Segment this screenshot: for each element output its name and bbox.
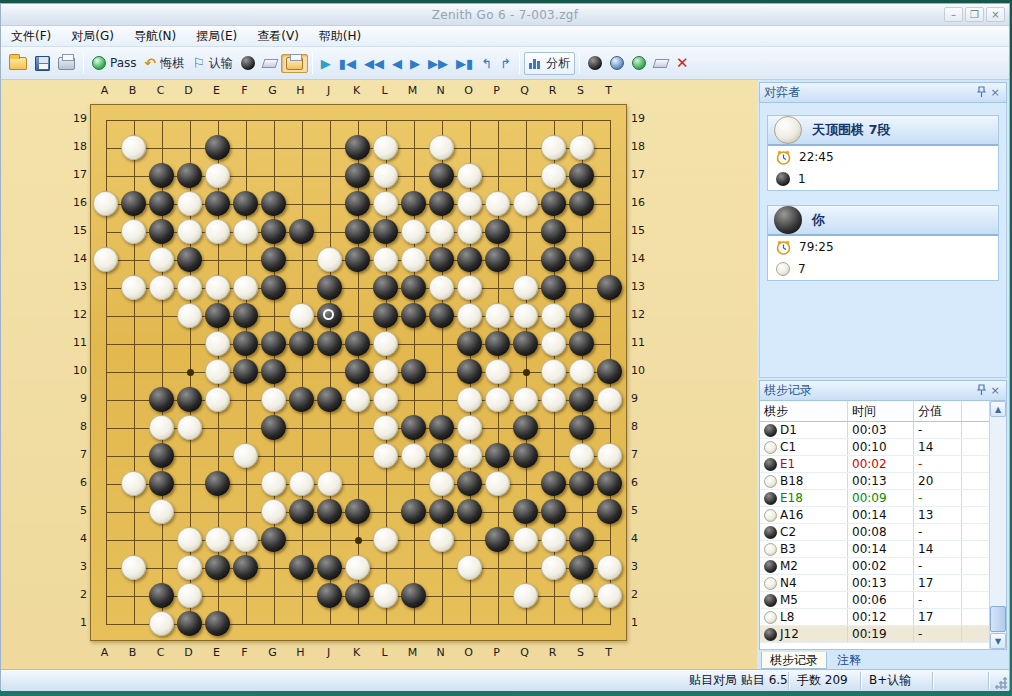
column-header[interactable]: 时间 (848, 401, 914, 421)
close-button[interactable]: × (986, 7, 1005, 22)
black-ball-icon (588, 56, 602, 70)
coordinate-label: F (231, 646, 259, 659)
black-stone-O14[interactable] (457, 247, 482, 272)
back-icon: ◀ (392, 56, 402, 71)
black-stone-F3[interactable] (233, 555, 258, 580)
black-stone-R15[interactable] (541, 219, 566, 244)
black-stone-H3[interactable] (289, 555, 314, 580)
white-stone-N13[interactable] (429, 275, 454, 300)
column-header[interactable] (962, 401, 989, 421)
title-bar[interactable]: Zenith Go 6 - 7-003.zgf – ❐ × (1, 4, 1009, 26)
move-row-N4[interactable]: N400:1317 (760, 575, 989, 592)
black-stone-S17[interactable] (569, 163, 594, 188)
black-stone-R13[interactable] (541, 275, 566, 300)
move-row-D1[interactable]: D100:03- (760, 422, 989, 439)
white-stone-R9[interactable] (541, 387, 566, 412)
black-stone-M13[interactable] (401, 275, 426, 300)
white-player-button[interactable] (606, 54, 628, 72)
scrollbar-thumb[interactable] (990, 606, 1006, 632)
column-header[interactable]: 分值 (914, 401, 962, 421)
coordinate-label: 4 (61, 532, 87, 545)
black-stone-G16[interactable] (261, 191, 286, 216)
black-stone-R6[interactable] (541, 471, 566, 496)
white-stone-F15[interactable] (233, 219, 258, 244)
black-stone-C16[interactable] (149, 191, 174, 216)
menu-setup[interactable]: 摆局(E) (186, 26, 247, 47)
coordinate-label: C (147, 84, 175, 97)
scroll-down-button[interactable]: ▼ (990, 633, 1006, 649)
white-stone-T2[interactable] (597, 583, 622, 608)
black-stone-K17[interactable] (345, 163, 370, 188)
maximize-button[interactable]: ❐ (965, 7, 984, 22)
white-stone-O8[interactable] (457, 415, 482, 440)
black-stone-P11[interactable] (485, 331, 510, 356)
coordinate-label: 10 (61, 364, 87, 377)
white-stone-L11[interactable] (373, 331, 398, 356)
eraser-tool-button[interactable] (259, 57, 281, 70)
black-stone-K2[interactable] (345, 583, 370, 608)
forward-button[interactable]: ▶ (406, 54, 424, 73)
white-stone-G6[interactable] (261, 471, 286, 496)
white-stone-M14[interactable] (401, 247, 426, 272)
forward-10-button[interactable]: ▶▶ (424, 54, 452, 73)
undo-icon: ↶ (145, 55, 157, 71)
black-stone-Q5[interactable] (513, 499, 538, 524)
black-stone-M10[interactable] (401, 359, 426, 384)
black-stone-S9[interactable] (569, 387, 594, 412)
black-stone-K11[interactable] (345, 331, 370, 356)
white-stone-P6[interactable] (485, 471, 510, 496)
black-stone-H15[interactable] (289, 219, 314, 244)
move-row-C1[interactable]: C100:1014 (760, 439, 989, 456)
white-stone-icon (764, 441, 777, 454)
players-panel-title: 对弈者 (764, 84, 974, 101)
white-stone-F13[interactable] (233, 275, 258, 300)
notes-icon (286, 57, 303, 70)
white-stone-S10[interactable] (569, 359, 594, 384)
black-stone-C2[interactable] (149, 583, 174, 608)
black-stone-J9[interactable] (317, 387, 342, 412)
white-stone-Q13[interactable] (513, 275, 538, 300)
menu-help[interactable]: 帮助(H) (309, 26, 371, 47)
black-stone-S16[interactable] (569, 191, 594, 216)
white-stone-H12[interactable] (289, 303, 314, 328)
black-stone-T5[interactable] (597, 499, 622, 524)
white-stone-D12[interactable] (177, 303, 202, 328)
white-stone-K9[interactable] (345, 387, 370, 412)
coordinate-label: T (595, 646, 623, 659)
pin-icon[interactable] (974, 86, 988, 100)
black-stone-M2[interactable] (401, 583, 426, 608)
white-stone-L4[interactable] (373, 527, 398, 552)
white-stone-L2[interactable] (373, 583, 398, 608)
black-stone-tool-button[interactable] (237, 54, 259, 72)
black-stone-G14[interactable] (261, 247, 286, 272)
variation-down-button[interactable]: ↱ (496, 54, 515, 73)
white-stone-S18[interactable] (569, 135, 594, 160)
white-stone-P10[interactable] (485, 359, 510, 384)
white-stone-R17[interactable] (541, 163, 566, 188)
black-stone-N14[interactable] (429, 247, 454, 272)
white-stone-C8[interactable] (149, 415, 174, 440)
resize-grip[interactable] (994, 676, 1007, 689)
white-stone-N18[interactable] (429, 135, 454, 160)
move-row-C2[interactable]: C200:08- (760, 524, 989, 541)
white-stone-O13[interactable] (457, 275, 482, 300)
move-row-M5[interactable]: M500:06- (760, 592, 989, 609)
black-stone-T13[interactable] (597, 275, 622, 300)
white-stone-C14[interactable] (149, 247, 174, 272)
white-stone-D15[interactable] (177, 219, 202, 244)
result-status: B+认输 (861, 672, 933, 689)
white-stone-O3[interactable] (457, 555, 482, 580)
white-stone-S7[interactable] (569, 443, 594, 468)
white-stone-F7[interactable] (233, 443, 258, 468)
steel-ball-icon (610, 56, 624, 70)
black-stone-S3[interactable] (569, 555, 594, 580)
white-stone-O7[interactable] (457, 443, 482, 468)
black-stone-P7[interactable] (485, 443, 510, 468)
close-icon[interactable]: × (988, 384, 1002, 397)
black-stone-C15[interactable] (149, 219, 174, 244)
black-stone-J12[interactable] (317, 303, 342, 328)
move-row-A16[interactable]: A1600:1413 (760, 507, 989, 524)
black-stone-H5[interactable] (289, 499, 314, 524)
black-stone-E18[interactable] (205, 135, 230, 160)
white-stone-L18[interactable] (373, 135, 398, 160)
black-stone-O5[interactable] (457, 499, 482, 524)
black-stone-S8[interactable] (569, 415, 594, 440)
coordinate-label: 2 (61, 588, 87, 601)
black-stone-H9[interactable] (289, 387, 314, 412)
column-header[interactable]: 棋步 (760, 401, 848, 421)
black-stone-S12[interactable] (569, 303, 594, 328)
white-stone-D8[interactable] (177, 415, 202, 440)
black-stone-M16[interactable] (401, 191, 426, 216)
black-stone-N16[interactable] (429, 191, 454, 216)
coordinate-label: J (315, 84, 343, 97)
white-stone-O12[interactable] (457, 303, 482, 328)
white-stone-D13[interactable] (177, 275, 202, 300)
black-stone-M12[interactable] (401, 303, 426, 328)
black-stone-C9[interactable] (149, 387, 174, 412)
play-button[interactable]: ▶ (317, 54, 335, 73)
move-row-L8[interactable]: L800:1217 (760, 609, 989, 626)
white-stone-R12[interactable] (541, 303, 566, 328)
black-stone-icon (764, 458, 777, 471)
white-stone-L14[interactable] (373, 247, 398, 272)
black-stone-E3[interactable] (205, 555, 230, 580)
white-stone-B18[interactable] (121, 135, 146, 160)
black-stone-D9[interactable] (177, 387, 202, 412)
white-stone-B6[interactable] (121, 471, 146, 496)
white-stone-N6[interactable] (429, 471, 454, 496)
black-stone-S14[interactable] (569, 247, 594, 272)
pass-button[interactable]: Pass (88, 54, 141, 72)
black-player-card: 你 79:25 7 (767, 205, 999, 281)
white-stone-L9[interactable] (373, 387, 398, 412)
white-stone-C1[interactable] (149, 611, 174, 636)
white-stone-Q12[interactable] (513, 303, 538, 328)
record-panel-toggle-button[interactable] (281, 54, 308, 73)
move-row-B18[interactable]: B1800:1320 (760, 473, 989, 490)
white-stone-E10[interactable] (205, 359, 230, 384)
white-stone-S2[interactable] (569, 583, 594, 608)
black-stone-icon (241, 56, 255, 70)
black-stone-T6[interactable] (597, 471, 622, 496)
black-stone-J13[interactable] (317, 275, 342, 300)
black-stone-F11[interactable] (233, 331, 258, 356)
stop-button[interactable]: ✕ (672, 52, 693, 74)
white-stone-G5[interactable] (261, 499, 286, 524)
white-stone-N15[interactable] (429, 219, 454, 244)
black-stone-K5[interactable] (345, 499, 370, 524)
white-stone-L8[interactable] (373, 415, 398, 440)
black-stone-L13[interactable] (373, 275, 398, 300)
move-row-E18[interactable]: E1800:09- (760, 490, 989, 507)
black-stone-G10[interactable] (261, 359, 286, 384)
white-stone-B3[interactable] (121, 555, 146, 580)
white-stone-N4[interactable] (429, 527, 454, 552)
black-stone-Q11[interactable] (513, 331, 538, 356)
black-stone-M5[interactable] (401, 499, 426, 524)
undo-button[interactable]: ↶ 悔棋 (141, 53, 189, 74)
app-window: Zenith Go 6 - 7-003.zgf – ❐ × 文件(F) 对局(G… (0, 3, 1010, 690)
black-stone-K18[interactable] (345, 135, 370, 160)
white-stone-P12[interactable] (485, 303, 510, 328)
black-stone-D14[interactable] (177, 247, 202, 272)
black-stone-K16[interactable] (345, 191, 370, 216)
players-panel-header: 对弈者 × (759, 82, 1007, 103)
save-button[interactable] (31, 54, 54, 73)
white-stone-R3[interactable] (541, 555, 566, 580)
white-stone-F4[interactable] (233, 527, 258, 552)
menu-navigate[interactable]: 导航(N) (124, 26, 186, 47)
coordinate-label: 9 (631, 392, 657, 405)
back-button[interactable]: ◀ (388, 54, 406, 73)
coordinate-label: 9 (61, 392, 87, 405)
white-player-card: 天顶围棋 7段 22:45 1 (767, 115, 999, 191)
white-stone-E15[interactable] (205, 219, 230, 244)
move-row-M2[interactable]: M200:02- (760, 558, 989, 575)
menu-file[interactable]: 文件(F) (1, 26, 61, 47)
coordinate-label: 12 (631, 308, 657, 321)
white-stone-O9[interactable] (457, 387, 482, 412)
white-stone-L16[interactable] (373, 191, 398, 216)
white-stone-R4[interactable] (541, 527, 566, 552)
black-stone-P15[interactable] (485, 219, 510, 244)
variation-up-button[interactable]: ↰ (477, 54, 496, 73)
black-player-button[interactable] (584, 54, 606, 72)
black-stone-J5[interactable] (317, 499, 342, 524)
menu-view[interactable]: 查看(V) (247, 26, 309, 47)
black-stone-C7[interactable] (149, 443, 174, 468)
black-stone-Q8[interactable] (513, 415, 538, 440)
white-stone-Q9[interactable] (513, 387, 538, 412)
clock-icon (776, 150, 791, 165)
black-stone-L15[interactable] (373, 219, 398, 244)
white-stone-T7[interactable] (597, 443, 622, 468)
black-stone-J2[interactable] (317, 583, 342, 608)
coordinate-label: P (483, 646, 511, 659)
white-stone-E13[interactable] (205, 275, 230, 300)
white-stone-H6[interactable] (289, 471, 314, 496)
black-stone-K14[interactable] (345, 247, 370, 272)
open-button[interactable] (5, 55, 31, 72)
black-stone-O11[interactable] (457, 331, 482, 356)
coordinate-label: 14 (61, 252, 87, 265)
coordinate-label: 8 (631, 420, 657, 433)
white-stone-C13[interactable] (149, 275, 174, 300)
white-stone-G9[interactable] (261, 387, 286, 412)
black-stone-Q7[interactable] (513, 443, 538, 468)
white-stone-M7[interactable] (401, 443, 426, 468)
black-stone-E1[interactable] (205, 611, 230, 636)
black-stone-K15[interactable] (345, 219, 370, 244)
pin-icon[interactable] (974, 384, 988, 398)
white-stone-D4[interactable] (177, 527, 202, 552)
black-stone-G15[interactable] (261, 219, 286, 244)
tab-move-record[interactable]: 棋步记录 (761, 652, 827, 669)
white-stone-T3[interactable] (597, 555, 622, 580)
scroll-up-button[interactable]: ▲ (990, 401, 1006, 417)
white-stone-L7[interactable] (373, 443, 398, 468)
black-stone-F16[interactable] (233, 191, 258, 216)
black-stone-N7[interactable] (429, 443, 454, 468)
back-10-button[interactable]: ◀◀ (360, 54, 388, 73)
white-stone-O16[interactable] (457, 191, 482, 216)
white-stone-R11[interactable] (541, 331, 566, 356)
white-stone-Q4[interactable] (513, 527, 538, 552)
coordinate-label: 8 (61, 420, 87, 433)
white-stone-O15[interactable] (457, 219, 482, 244)
white-stone-D16[interactable] (177, 191, 202, 216)
white-stone-E4[interactable] (205, 527, 230, 552)
analyze-button[interactable]: 分析 (524, 52, 575, 75)
clear-button[interactable] (650, 57, 672, 70)
coordinate-label: 10 (631, 364, 657, 377)
white-stone-Q16[interactable] (513, 191, 538, 216)
black-stone-J11[interactable] (317, 331, 342, 356)
black-stone-G11[interactable] (261, 331, 286, 356)
white-stone-B13[interactable] (121, 275, 146, 300)
white-stone-O17[interactable] (457, 163, 482, 188)
white-stone-P9[interactable] (485, 387, 510, 412)
coordinate-label: 2 (631, 588, 657, 601)
white-stone-D2[interactable] (177, 583, 202, 608)
close-icon[interactable]: × (988, 86, 1002, 99)
go-first-button[interactable]: ▮◀ (335, 54, 360, 73)
menu-game[interactable]: 对局(G) (61, 26, 124, 47)
moves-scrollbar[interactable]: ▲ ▼ (989, 401, 1006, 649)
black-stone-R5[interactable] (541, 499, 566, 524)
white-stone-C5[interactable] (149, 499, 174, 524)
black-stone-O10[interactable] (457, 359, 482, 384)
coordinate-label: 15 (61, 224, 87, 237)
black-stone-N17[interactable] (429, 163, 454, 188)
black-stone-S4[interactable] (569, 527, 594, 552)
black-stone-B16[interactable] (121, 191, 146, 216)
white-stone-P16[interactable] (485, 191, 510, 216)
white-stone-T9[interactable] (597, 387, 622, 412)
white-stone-K3[interactable] (345, 555, 370, 580)
black-stone-D17[interactable] (177, 163, 202, 188)
black-stone-S6[interactable] (569, 471, 594, 496)
eraser-icon (261, 59, 278, 68)
coordinate-label: D (175, 84, 203, 97)
white-stone-M15[interactable] (401, 219, 426, 244)
white-stone-D3[interactable] (177, 555, 202, 580)
black-stone-P14[interactable] (485, 247, 510, 272)
move-row-B3[interactable]: B300:1414 (760, 541, 989, 558)
minimize-button[interactable]: – (944, 7, 963, 22)
black-stone-K10[interactable] (345, 359, 370, 384)
coordinate-label: 12 (61, 308, 87, 321)
black-stone-E12[interactable] (205, 303, 230, 328)
black-stone-G8[interactable] (261, 415, 286, 440)
resign-button[interactable]: ⚐ 认输 (188, 53, 237, 74)
black-stone-L12[interactable] (373, 303, 398, 328)
white-stone-B15[interactable] (121, 219, 146, 244)
white-stone-A16[interactable] (93, 191, 118, 216)
black-stone-F12[interactable] (233, 303, 258, 328)
white-stone-L17[interactable] (373, 163, 398, 188)
white-stone-E11[interactable] (205, 331, 230, 356)
go-last-button[interactable]: ▶▮ (452, 54, 477, 73)
players-panel: 对弈者 × 天顶围棋 7段 22:45 (759, 82, 1007, 378)
black-stone-F10[interactable] (233, 359, 258, 384)
white-stone-E17[interactable] (205, 163, 230, 188)
go-board[interactable] (90, 104, 627, 641)
move-row-E1[interactable]: E100:02- (760, 456, 989, 473)
white-stone-R10[interactable] (541, 359, 566, 384)
black-stone-N8[interactable] (429, 415, 454, 440)
white-stone-J14[interactable] (317, 247, 342, 272)
black-stone-E16[interactable] (205, 191, 230, 216)
print-button[interactable] (54, 55, 79, 72)
white-stone-L10[interactable] (373, 359, 398, 384)
moves-panel-title: 棋步记录 (764, 382, 974, 399)
black-stone-N12[interactable] (429, 303, 454, 328)
white-stone-R18[interactable] (541, 135, 566, 160)
black-stone-G4[interactable] (261, 527, 286, 552)
score-button[interactable] (628, 54, 650, 72)
white-stone-E9[interactable] (205, 387, 230, 412)
tab-comments[interactable]: 注释 (829, 652, 869, 669)
moves-table[interactable]: 棋步时间分值D100:03-C100:1014E100:02-B1800:132… (760, 401, 989, 649)
black-stone-P4[interactable] (485, 527, 510, 552)
black-stone-C6[interactable] (149, 471, 174, 496)
black-stone-H11[interactable] (289, 331, 314, 356)
white-stone-icon (764, 509, 777, 522)
black-stone-S11[interactable] (569, 331, 594, 356)
black-stone-D1[interactable] (177, 611, 202, 636)
black-stone-E6[interactable] (205, 471, 230, 496)
black-stone-J3[interactable] (317, 555, 342, 580)
black-stone-O6[interactable] (457, 471, 482, 496)
black-stone-R14[interactable] (541, 247, 566, 272)
move-row-J12[interactable]: J1200:19- (760, 626, 989, 643)
white-stone-J6[interactable] (317, 471, 342, 496)
white-stone-Q2[interactable] (513, 583, 538, 608)
black-stone-M8[interactable] (401, 415, 426, 440)
black-stone-T10[interactable] (597, 359, 622, 384)
black-stone-R16[interactable] (541, 191, 566, 216)
black-stone-N5[interactable] (429, 499, 454, 524)
black-stone-C17[interactable] (149, 163, 174, 188)
black-stone-G13[interactable] (261, 275, 286, 300)
white-stone-A14[interactable] (93, 247, 118, 272)
